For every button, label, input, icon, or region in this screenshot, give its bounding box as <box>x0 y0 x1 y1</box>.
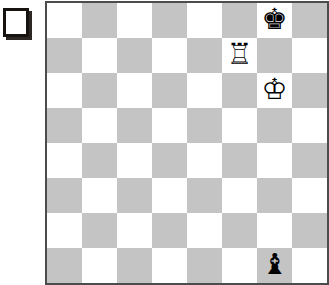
square-d4[interactable] <box>152 143 187 178</box>
square-h5[interactable] <box>292 108 327 143</box>
square-d7[interactable] <box>152 38 187 73</box>
square-g2[interactable] <box>257 213 292 248</box>
square-a1[interactable] <box>47 248 82 283</box>
square-g3[interactable] <box>257 178 292 213</box>
piece-white-rook[interactable]: ♖ <box>227 40 253 69</box>
square-f5[interactable] <box>222 108 257 143</box>
square-a5[interactable] <box>47 108 82 143</box>
chess-board: ♚♖♔♝ <box>45 1 329 285</box>
square-e3[interactable] <box>187 178 222 213</box>
square-d3[interactable] <box>152 178 187 213</box>
square-e6[interactable] <box>187 73 222 108</box>
square-e7[interactable] <box>187 38 222 73</box>
square-d1[interactable] <box>152 248 187 283</box>
square-e5[interactable] <box>187 108 222 143</box>
piece-black-king[interactable]: ♚ <box>262 5 288 34</box>
square-e1[interactable] <box>187 248 222 283</box>
square-c6[interactable] <box>117 73 152 108</box>
square-h7[interactable] <box>292 38 327 73</box>
square-g6[interactable]: ♔ <box>257 73 292 108</box>
square-d6[interactable] <box>152 73 187 108</box>
piece-black-bishop[interactable]: ♝ <box>262 250 288 279</box>
square-h1[interactable] <box>292 248 327 283</box>
square-b4[interactable] <box>82 143 117 178</box>
square-f2[interactable] <box>222 213 257 248</box>
square-a3[interactable] <box>47 178 82 213</box>
square-f3[interactable] <box>222 178 257 213</box>
square-c8[interactable] <box>117 3 152 38</box>
chess-diagram: ♚♖♔♝ <box>0 0 329 285</box>
square-b8[interactable] <box>82 3 117 38</box>
square-h2[interactable] <box>292 213 327 248</box>
square-h6[interactable] <box>292 73 327 108</box>
square-f1[interactable] <box>222 248 257 283</box>
square-a7[interactable] <box>47 38 82 73</box>
square-c7[interactable] <box>117 38 152 73</box>
square-a2[interactable] <box>47 213 82 248</box>
square-b1[interactable] <box>82 248 117 283</box>
square-f6[interactable] <box>222 73 257 108</box>
square-g5[interactable] <box>257 108 292 143</box>
square-c4[interactable] <box>117 143 152 178</box>
square-e8[interactable] <box>187 3 222 38</box>
white-to-move-icon <box>3 8 29 37</box>
square-f8[interactable] <box>222 3 257 38</box>
square-a8[interactable] <box>47 3 82 38</box>
square-g7[interactable] <box>257 38 292 73</box>
square-d2[interactable] <box>152 213 187 248</box>
square-d8[interactable] <box>152 3 187 38</box>
square-a6[interactable] <box>47 73 82 108</box>
square-d5[interactable] <box>152 108 187 143</box>
square-e4[interactable] <box>187 143 222 178</box>
square-h8[interactable] <box>292 3 327 38</box>
square-c3[interactable] <box>117 178 152 213</box>
square-e2[interactable] <box>187 213 222 248</box>
square-c1[interactable] <box>117 248 152 283</box>
square-b6[interactable] <box>82 73 117 108</box>
square-c2[interactable] <box>117 213 152 248</box>
square-g8[interactable]: ♚ <box>257 3 292 38</box>
piece-white-king[interactable]: ♔ <box>262 75 288 104</box>
square-b2[interactable] <box>82 213 117 248</box>
square-b5[interactable] <box>82 108 117 143</box>
square-c5[interactable] <box>117 108 152 143</box>
square-g4[interactable] <box>257 143 292 178</box>
square-b7[interactable] <box>82 38 117 73</box>
square-f7[interactable]: ♖ <box>222 38 257 73</box>
square-h3[interactable] <box>292 178 327 213</box>
square-f4[interactable] <box>222 143 257 178</box>
square-h4[interactable] <box>292 143 327 178</box>
square-b3[interactable] <box>82 178 117 213</box>
square-a4[interactable] <box>47 143 82 178</box>
square-g1[interactable]: ♝ <box>257 248 292 283</box>
